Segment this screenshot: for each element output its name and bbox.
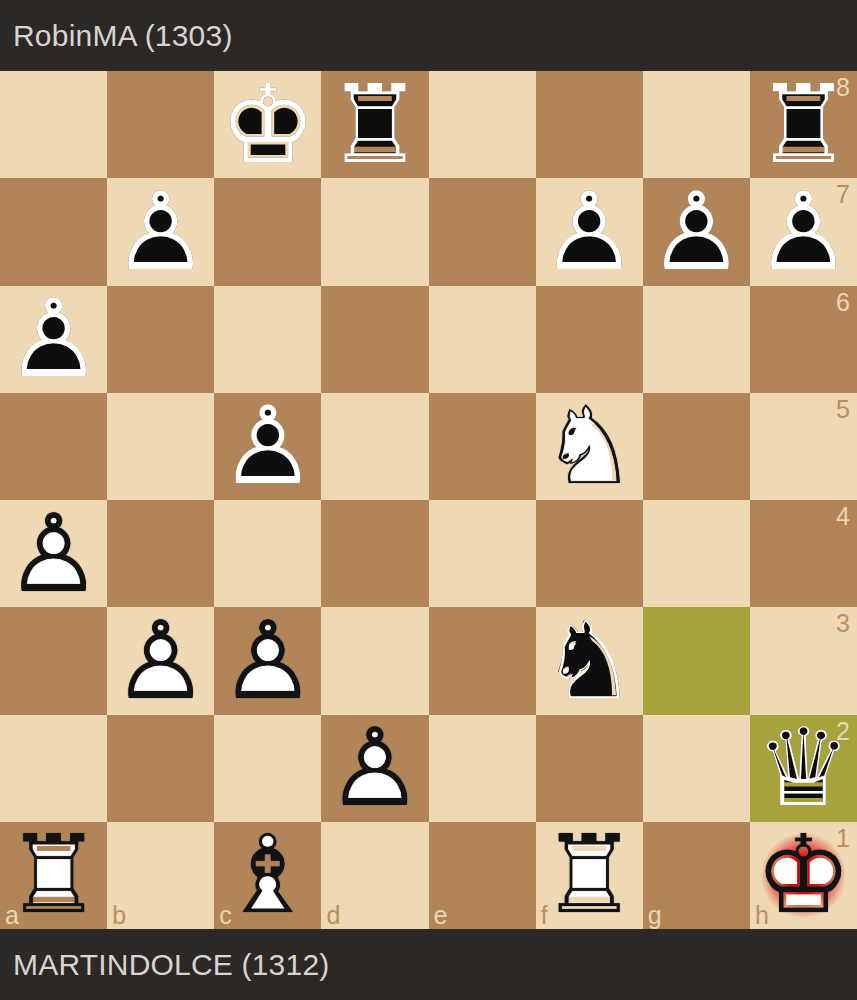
square-c3[interactable]: ♟♙: [214, 607, 321, 714]
piece-black-pawn[interactable]: ♟♙: [643, 178, 750, 285]
square-g6[interactable]: [643, 286, 750, 393]
rank-label-3: 3: [836, 611, 850, 636]
square-b8[interactable]: [107, 71, 214, 178]
black-queen-glyph: ♛: [750, 715, 857, 822]
white-rook-glyph: ♜: [0, 822, 107, 929]
black-pawn-outline: ♙: [536, 178, 643, 285]
piece-black-rook[interactable]: ♜♖: [321, 71, 428, 178]
black-king-outline: ♔: [214, 71, 321, 178]
top-player-name: RobinMA (1303): [13, 19, 233, 53]
black-rook-outline: ♖: [750, 71, 857, 178]
square-h5[interactable]: 5: [750, 393, 857, 500]
piece-black-pawn[interactable]: ♟♙: [536, 178, 643, 285]
piece-black-pawn[interactable]: ♟♙: [214, 393, 321, 500]
square-c7[interactable]: [214, 178, 321, 285]
square-b4[interactable]: [107, 500, 214, 607]
black-pawn-glyph: ♟: [750, 178, 857, 285]
square-a1[interactable]: ♜♖a: [0, 822, 107, 929]
white-bishop-glyph: ♝: [214, 822, 321, 929]
white-pawn-glyph: ♟: [214, 607, 321, 714]
square-f5[interactable]: ♞♘: [536, 393, 643, 500]
square-d4[interactable]: [321, 500, 428, 607]
square-f2[interactable]: [536, 715, 643, 822]
white-pawn-outline: ♙: [214, 607, 321, 714]
file-label-b: b: [112, 903, 126, 928]
square-d3[interactable]: [321, 607, 428, 714]
square-g8[interactable]: [643, 71, 750, 178]
square-h3[interactable]: 3: [750, 607, 857, 714]
square-b5[interactable]: [107, 393, 214, 500]
square-a3[interactable]: [0, 607, 107, 714]
white-bishop-outline: ♗: [214, 822, 321, 929]
square-d8[interactable]: ♜♖: [321, 71, 428, 178]
square-f8[interactable]: [536, 71, 643, 178]
square-e4[interactable]: [429, 500, 536, 607]
square-d6[interactable]: [321, 286, 428, 393]
piece-black-pawn[interactable]: ♟♙: [750, 178, 857, 285]
piece-white-king[interactable]: ♚♔: [750, 822, 857, 929]
black-pawn-outline: ♙: [0, 286, 107, 393]
square-b2[interactable]: [107, 715, 214, 822]
black-king-glyph: ♚: [214, 71, 321, 178]
piece-white-pawn[interactable]: ♟♙: [214, 607, 321, 714]
square-c1[interactable]: ♝♗c: [214, 822, 321, 929]
square-f3[interactable]: ♞♘: [536, 607, 643, 714]
piece-black-pawn[interactable]: ♟♙: [107, 178, 214, 285]
white-pawn-glyph: ♟: [0, 500, 107, 607]
black-knight-outline: ♘: [536, 607, 643, 714]
piece-white-bishop[interactable]: ♝♗: [214, 822, 321, 929]
square-h6[interactable]: 6: [750, 286, 857, 393]
white-knight-outline: ♘: [536, 393, 643, 500]
square-c6[interactable]: [214, 286, 321, 393]
white-pawn-outline: ♙: [321, 715, 428, 822]
white-knight-glyph: ♞: [536, 393, 643, 500]
square-g1[interactable]: g: [643, 822, 750, 929]
piece-white-knight[interactable]: ♞♘: [536, 393, 643, 500]
square-e2[interactable]: [429, 715, 536, 822]
file-label-d: d: [326, 903, 340, 928]
black-pawn-outline: ♙: [214, 393, 321, 500]
chess-board[interactable]: ♚♔♜♖♜♖8♟♙♟♙♟♙♟♙7♟♙6♟♙♞♘5♟♙4♟♙♟♙♞♘3♟♙♛♕2♜…: [0, 71, 857, 929]
file-label-g: g: [648, 903, 662, 928]
square-a7[interactable]: [0, 178, 107, 285]
bottom-player-name: MARTINDOLCE (1312): [13, 948, 329, 982]
white-pawn-glyph: ♟: [321, 715, 428, 822]
black-pawn-outline: ♙: [750, 178, 857, 285]
square-g5[interactable]: [643, 393, 750, 500]
square-f1[interactable]: ♜♖f: [536, 822, 643, 929]
white-king-glyph: ♚: [750, 822, 857, 929]
square-e6[interactable]: [429, 286, 536, 393]
bottom-player-bar: MARTINDOLCE (1312): [0, 929, 857, 1000]
piece-white-rook[interactable]: ♜♖: [536, 822, 643, 929]
piece-white-pawn[interactable]: ♟♙: [0, 500, 107, 607]
square-b6[interactable]: [107, 286, 214, 393]
square-h2[interactable]: ♛♕2: [750, 715, 857, 822]
top-player-bar: RobinMA (1303): [0, 0, 857, 71]
white-rook-outline: ♖: [536, 822, 643, 929]
square-d2[interactable]: ♟♙: [321, 715, 428, 822]
black-queen-outline: ♕: [750, 715, 857, 822]
square-a8[interactable]: [0, 71, 107, 178]
square-c4[interactable]: [214, 500, 321, 607]
black-pawn-outline: ♙: [107, 178, 214, 285]
white-king-outline: ♔: [750, 822, 857, 929]
square-d5[interactable]: [321, 393, 428, 500]
square-b7[interactable]: ♟♙: [107, 178, 214, 285]
piece-black-rook[interactable]: ♜♖: [750, 71, 857, 178]
square-g7[interactable]: ♟♙: [643, 178, 750, 285]
square-e8[interactable]: [429, 71, 536, 178]
square-a4[interactable]: ♟♙: [0, 500, 107, 607]
square-g2[interactable]: [643, 715, 750, 822]
black-pawn-glyph: ♟: [643, 178, 750, 285]
square-a6[interactable]: ♟♙: [0, 286, 107, 393]
white-pawn-outline: ♙: [0, 500, 107, 607]
square-g3[interactable]: [643, 607, 750, 714]
black-rook-glyph: ♜: [321, 71, 428, 178]
square-c5[interactable]: ♟♙: [214, 393, 321, 500]
black-knight-glyph: ♞: [536, 607, 643, 714]
square-h4[interactable]: 4: [750, 500, 857, 607]
white-pawn-outline: ♙: [107, 607, 214, 714]
square-d1[interactable]: d: [321, 822, 428, 929]
piece-black-queen[interactable]: ♛♕: [750, 715, 857, 822]
square-g4[interactable]: [643, 500, 750, 607]
piece-white-rook[interactable]: ♜♖: [0, 822, 107, 929]
rank-label-5: 5: [836, 397, 850, 422]
square-f7[interactable]: ♟♙: [536, 178, 643, 285]
piece-black-king[interactable]: ♚♔: [214, 71, 321, 178]
square-h8[interactable]: ♜♖8: [750, 71, 857, 178]
square-f4[interactable]: [536, 500, 643, 607]
square-a2[interactable]: [0, 715, 107, 822]
piece-black-pawn[interactable]: ♟♙: [0, 286, 107, 393]
square-e1[interactable]: e: [429, 822, 536, 929]
square-b3[interactable]: ♟♙: [107, 607, 214, 714]
black-pawn-glyph: ♟: [0, 286, 107, 393]
rank-label-6: 6: [836, 290, 850, 315]
black-rook-outline: ♖: [321, 71, 428, 178]
square-c2[interactable]: [214, 715, 321, 822]
piece-white-pawn[interactable]: ♟♙: [107, 607, 214, 714]
square-h7[interactable]: ♟♙7: [750, 178, 857, 285]
white-rook-outline: ♖: [0, 822, 107, 929]
square-e5[interactable]: [429, 393, 536, 500]
piece-black-knight[interactable]: ♞♘: [536, 607, 643, 714]
square-a5[interactable]: [0, 393, 107, 500]
square-e7[interactable]: [429, 178, 536, 285]
black-pawn-glyph: ♟: [214, 393, 321, 500]
file-label-e: e: [434, 903, 448, 928]
white-pawn-glyph: ♟: [107, 607, 214, 714]
square-d7[interactable]: [321, 178, 428, 285]
black-rook-glyph: ♜: [750, 71, 857, 178]
chess-app: RobinMA (1303) ♚♔♜♖♜♖8♟♙♟♙♟♙♟♙7♟♙6♟♙♞♘5♟…: [0, 0, 857, 1000]
black-pawn-outline: ♙: [643, 178, 750, 285]
rank-label-4: 4: [836, 504, 850, 529]
square-b1[interactable]: b: [107, 822, 214, 929]
square-c8[interactable]: ♚♔: [214, 71, 321, 178]
black-pawn-glyph: ♟: [107, 178, 214, 285]
black-pawn-glyph: ♟: [536, 178, 643, 285]
piece-white-pawn[interactable]: ♟♙: [321, 715, 428, 822]
square-f6[interactable]: [536, 286, 643, 393]
white-rook-glyph: ♜: [536, 822, 643, 929]
square-e3[interactable]: [429, 607, 536, 714]
square-h1[interactable]: ♚♔1h: [750, 822, 857, 929]
